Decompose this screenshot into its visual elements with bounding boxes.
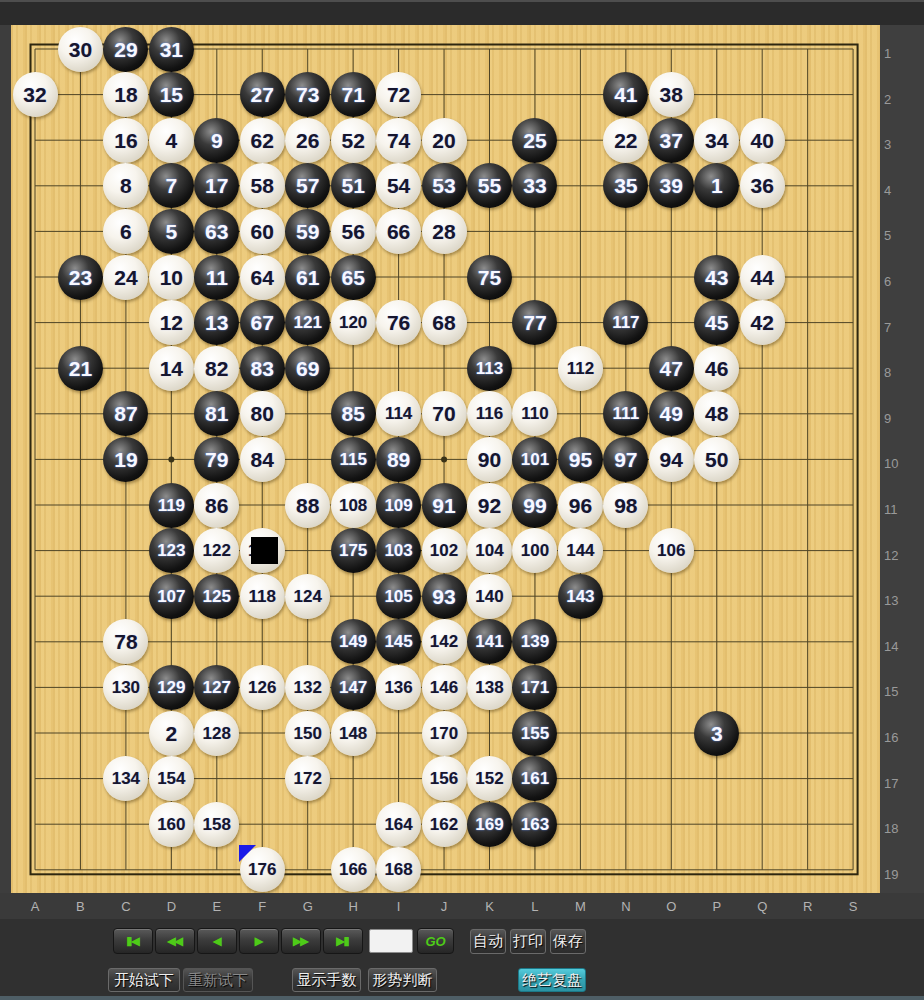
- white-stone-120: 120: [331, 300, 376, 345]
- stone-move-number: 50: [705, 449, 728, 470]
- stone-move-number: 40: [751, 130, 774, 151]
- nav-fast-forward-button[interactable]: ▶▶: [281, 928, 321, 954]
- white-stone-58: 58: [240, 163, 285, 208]
- stone-move-number: 24: [114, 267, 137, 288]
- column-label-E: E: [212, 899, 221, 914]
- black-stone-125: 125: [194, 574, 239, 619]
- white-stone-88: 88: [285, 483, 330, 528]
- stone-move-number: 96: [569, 495, 592, 516]
- black-stone-5: 5: [149, 209, 194, 254]
- stone-move-number: 119: [158, 497, 185, 514]
- stone-move-number: 116: [476, 405, 503, 422]
- white-stone-90: 90: [467, 437, 512, 482]
- black-stone-163: 163: [512, 802, 557, 847]
- black-stone-19: 19: [103, 437, 148, 482]
- stone-move-number: 84: [251, 449, 274, 470]
- white-stone-46: 46: [694, 346, 739, 391]
- black-stone-105: 105: [376, 574, 421, 619]
- black-stone-21: 21: [58, 346, 103, 391]
- row-label-7: 7: [884, 320, 908, 335]
- column-label-L: L: [531, 899, 538, 914]
- stone-move-number: 149: [339, 633, 367, 650]
- stone-move-number: 111: [613, 405, 640, 422]
- row-label-4: 4: [884, 183, 908, 198]
- row-label-8: 8: [884, 365, 908, 380]
- stone-move-number: 19: [114, 449, 137, 470]
- stone-move-number: 126: [248, 679, 276, 696]
- stone-move-number: 102: [430, 542, 458, 559]
- stone-move-number: 166: [339, 861, 367, 878]
- stone-move-number: 37: [660, 130, 683, 151]
- row-label-3: 3: [884, 137, 908, 152]
- black-stone-175: 175: [331, 528, 376, 573]
- column-label-D: D: [167, 899, 176, 914]
- stone-move-number: 121: [294, 314, 322, 331]
- white-stone-64: 64: [240, 255, 285, 300]
- black-stone-25: 25: [512, 118, 557, 163]
- white-stone-116: 116: [467, 391, 512, 436]
- white-stone-162: 162: [422, 802, 467, 847]
- black-stone-37: 37: [649, 118, 694, 163]
- black-stone-141: 141: [467, 619, 512, 664]
- stone-move-number: 26: [296, 130, 319, 151]
- white-stone-154: 154: [149, 756, 194, 801]
- stone-move-number: 114: [385, 405, 412, 422]
- black-stone-59: 59: [285, 209, 330, 254]
- stone-move-number: 101: [521, 451, 549, 468]
- white-stone-60: 60: [240, 209, 285, 254]
- white-stone-172: 172: [285, 756, 330, 801]
- stone-move-number: 14: [160, 358, 183, 379]
- stone-move-number: 2: [166, 723, 178, 744]
- row-label-15: 15: [884, 684, 908, 699]
- blue-triangle-last-move-marker: [239, 845, 256, 862]
- black-stone-93: 93: [422, 574, 467, 619]
- white-stone-52: 52: [331, 118, 376, 163]
- white-stone-20: 20: [422, 118, 467, 163]
- nav-fast-back-button[interactable]: ◀◀: [155, 928, 195, 954]
- stone-move-number: 18: [114, 84, 137, 105]
- stone-move-number: 69: [296, 358, 319, 379]
- stone-move-number: 147: [339, 679, 367, 696]
- stone-move-number: 106: [657, 542, 685, 559]
- stone-move-number: 107: [157, 588, 185, 605]
- white-stone-72: 72: [376, 72, 421, 117]
- black-stone-9: 9: [194, 118, 239, 163]
- stone-move-number: 118: [249, 588, 276, 605]
- black-stone-79: 79: [194, 437, 239, 482]
- white-stone-112: 112: [558, 346, 603, 391]
- stone-move-number: 35: [614, 175, 637, 196]
- black-stone-55: 55: [467, 163, 512, 208]
- white-stone-44: 44: [740, 255, 785, 300]
- stone-move-number: 88: [296, 495, 319, 516]
- stone-move-number: 130: [112, 679, 140, 696]
- black-stone-119: 119: [149, 483, 194, 528]
- white-stone-124: 124: [285, 574, 330, 619]
- stone-move-number: 80: [251, 403, 274, 424]
- white-stone-166: 166: [331, 847, 376, 892]
- white-stone-108: 108: [331, 483, 376, 528]
- stone-move-number: 125: [203, 588, 231, 605]
- position-judgment-button[interactable]: 形势判断: [368, 968, 437, 992]
- white-stone-142: 142: [422, 619, 467, 664]
- black-stone-73: 73: [285, 72, 330, 117]
- white-stone-56: 56: [331, 209, 376, 254]
- black-stone-49: 49: [649, 391, 694, 436]
- save-button[interactable]: 保存: [550, 929, 586, 954]
- row-label-18: 18: [884, 821, 908, 836]
- stone-move-number: 172: [294, 770, 322, 787]
- stone-move-number: 94: [660, 449, 683, 470]
- stone-move-number: 89: [387, 449, 410, 470]
- stone-move-number: 117: [612, 314, 639, 331]
- start-trial-button[interactable]: 开始试下: [108, 968, 180, 992]
- stone-move-number: 162: [430, 816, 458, 833]
- column-label-R: R: [803, 899, 812, 914]
- white-stone-86: 86: [194, 483, 239, 528]
- white-stone-16: 16: [103, 118, 148, 163]
- stone-move-number: 72: [387, 84, 410, 105]
- stone-move-number: 164: [384, 816, 412, 833]
- nav-last-button[interactable]: ▶▮: [323, 928, 363, 954]
- white-stone-84: 84: [240, 437, 285, 482]
- row-label-19: 19: [884, 867, 908, 882]
- auto-play-button[interactable]: 自动: [470, 929, 506, 954]
- stone-move-number: 54: [387, 175, 410, 196]
- stone-move-number: 55: [478, 175, 501, 196]
- stone-move-number: 61: [296, 267, 319, 288]
- white-stone-50: 50: [694, 437, 739, 482]
- stone-move-number: 53: [432, 175, 455, 196]
- stone-move-number: 5: [166, 221, 178, 242]
- row-label-16: 16: [884, 730, 908, 745]
- white-stone-106: 106: [649, 528, 694, 573]
- black-stone-43: 43: [694, 255, 739, 300]
- black-stone-31: 31: [149, 27, 194, 72]
- black-stone-95: 95: [558, 437, 603, 482]
- row-label-9: 9: [884, 411, 908, 426]
- column-label-P: P: [712, 899, 721, 914]
- nav-first-button[interactable]: ▮◀: [113, 928, 153, 954]
- white-stone-22: 22: [603, 118, 648, 163]
- stone-move-number: 104: [475, 542, 503, 559]
- white-stone-24: 24: [103, 255, 148, 300]
- black-stone-29: 29: [103, 27, 148, 72]
- stone-move-number: 155: [521, 725, 549, 742]
- white-stone-70: 70: [422, 391, 467, 436]
- print-button[interactable]: 打印: [510, 929, 546, 954]
- stone-move-number: 139: [521, 633, 549, 650]
- stone-move-number: 127: [203, 679, 231, 696]
- stone-move-number: 93: [432, 586, 455, 607]
- stone-move-number: 156: [430, 770, 458, 787]
- white-stone-62: 62: [240, 118, 285, 163]
- navigation-toolbar: ▮◀◀◀◀▶▶▶▶▮ GO: [113, 928, 454, 954]
- black-stone-15: 15: [149, 72, 194, 117]
- white-stone-152: 152: [467, 756, 512, 801]
- stone-move-number: 112: [567, 360, 594, 377]
- stone-move-number: 148: [339, 725, 367, 742]
- white-stone-104: 104: [467, 528, 512, 573]
- column-label-O: O: [666, 899, 676, 914]
- stone-move-number: 51: [341, 175, 364, 196]
- stone-move-number: 7: [166, 175, 178, 196]
- black-stone-123: 123: [149, 528, 194, 573]
- stone-move-number: 171: [521, 679, 549, 696]
- stone-move-number: 38: [660, 84, 683, 105]
- white-stone-118: 118: [240, 574, 285, 619]
- white-stone-36: 36: [740, 163, 785, 208]
- white-stone-164: 164: [376, 802, 421, 847]
- white-stone-40: 40: [740, 118, 785, 163]
- move-number-input[interactable]: [369, 929, 413, 953]
- stone-move-number: 97: [614, 449, 637, 470]
- white-stone-92: 92: [467, 483, 512, 528]
- white-stone-76: 76: [376, 300, 421, 345]
- stone-move-number: 42: [751, 312, 774, 333]
- stone-move-number: 9: [211, 130, 223, 151]
- white-stone-126: 126: [240, 665, 285, 710]
- column-label-K: K: [485, 899, 494, 914]
- stone-move-number: 62: [251, 130, 274, 151]
- column-label-I: I: [397, 899, 401, 914]
- white-stone-170: 170: [422, 711, 467, 756]
- white-stone-128: 128: [194, 711, 239, 756]
- stone-move-number: 128: [203, 725, 231, 742]
- white-stone-150: 150: [285, 711, 330, 756]
- column-label-M: M: [575, 899, 586, 914]
- stone-move-number: 95: [569, 449, 592, 470]
- show-move-numbers-button[interactable]: 显示手数: [292, 968, 361, 992]
- stone-move-number: 73: [296, 84, 319, 105]
- black-stone-121: 121: [285, 300, 330, 345]
- black-stone-63: 63: [194, 209, 239, 254]
- stone-move-number: 120: [339, 314, 367, 331]
- stone-move-number: 17: [205, 175, 228, 196]
- stone-move-number: 59: [296, 221, 319, 242]
- white-stone-130: 130: [103, 665, 148, 710]
- black-stone-83: 83: [240, 346, 285, 391]
- stone-move-number: 79: [205, 449, 228, 470]
- stone-move-number: 113: [476, 360, 503, 377]
- stone-move-number: 4: [166, 130, 178, 151]
- stone-move-number: 28: [432, 221, 455, 242]
- white-stone-66: 66: [376, 209, 421, 254]
- stone-move-number: 98: [614, 495, 637, 516]
- stone-move-number: 46: [705, 358, 728, 379]
- white-stone-140: 140: [467, 574, 512, 619]
- stone-move-number: 169: [475, 816, 503, 833]
- stone-move-number: 10: [160, 267, 183, 288]
- stone-move-number: 12: [160, 312, 183, 333]
- column-label-F: F: [258, 899, 266, 914]
- nav-forward-button[interactable]: ▶: [239, 928, 279, 954]
- black-stone-129: 129: [149, 665, 194, 710]
- stone-move-number: 74: [387, 130, 410, 151]
- white-stone-96: 96: [558, 483, 603, 528]
- stone-move-number: 82: [205, 358, 228, 379]
- black-stone-3: 3: [694, 711, 739, 756]
- stone-move-number: 30: [69, 39, 92, 60]
- stone-move-number: 100: [521, 542, 549, 559]
- white-stone-38: 38: [649, 72, 694, 117]
- white-stone-6: 6: [103, 209, 148, 254]
- black-stone-149: 149: [331, 619, 376, 664]
- stone-move-number: 57: [296, 175, 319, 196]
- stone-move-number: 145: [384, 633, 412, 650]
- stone-move-number: 168: [384, 861, 412, 878]
- black-stone-75: 75: [467, 255, 512, 300]
- white-stone-94: 94: [649, 437, 694, 482]
- row-label-14: 14: [884, 639, 908, 654]
- stone-move-number: 39: [660, 175, 683, 196]
- black-stone-155: 155: [512, 711, 557, 756]
- stone-move-number: 11: [206, 267, 228, 288]
- stone-move-number: 175: [339, 542, 367, 559]
- stone-move-number: 160: [157, 816, 185, 833]
- white-stone-158: 158: [194, 802, 239, 847]
- stone-move-number: 49: [660, 403, 683, 424]
- white-stone-144: 144: [558, 528, 603, 573]
- stone-move-number: 103: [384, 542, 412, 559]
- stone-move-number: 76: [387, 312, 410, 333]
- stone-move-number: 60: [251, 221, 274, 242]
- stone-move-number: 108: [339, 497, 367, 514]
- stone-move-number: 90: [478, 449, 501, 470]
- stone-move-number: 129: [157, 679, 185, 696]
- stone-move-number: 138: [475, 679, 503, 696]
- black-stone-53: 53: [422, 163, 467, 208]
- white-stone-4: 4: [149, 118, 194, 163]
- stone-move-number: 132: [294, 679, 322, 696]
- black-stone-67: 67: [240, 300, 285, 345]
- stone-move-number: 109: [384, 497, 412, 514]
- ai-review-button[interactable]: 绝艺复盘: [518, 968, 586, 992]
- black-stone-23: 23: [58, 255, 103, 300]
- column-label-G: G: [303, 899, 313, 914]
- row-label-10: 10: [884, 456, 908, 471]
- stone-move-number: 146: [430, 679, 458, 696]
- column-label-H: H: [348, 899, 357, 914]
- stone-move-number: 161: [521, 770, 549, 787]
- white-stone-148: 148: [331, 711, 376, 756]
- stone-move-number: 143: [566, 588, 594, 605]
- stone-move-number: 34: [705, 130, 728, 151]
- white-stone-28: 28: [422, 209, 467, 254]
- black-stone-89: 89: [376, 437, 421, 482]
- white-stone-80: 80: [240, 391, 285, 436]
- stone-move-number: 78: [114, 631, 137, 652]
- white-stone-12: 12: [149, 300, 194, 345]
- stone-move-number: 170: [430, 725, 458, 742]
- white-stone-30: 30: [58, 27, 103, 72]
- stone-move-number: 68: [432, 312, 455, 333]
- stone-move-number: 33: [523, 175, 546, 196]
- row-label-11: 11: [884, 502, 908, 517]
- black-stone-7: 7: [149, 163, 194, 208]
- black-stone-71: 71: [331, 72, 376, 117]
- restart-trial-button[interactable]: 重新试下: [183, 968, 253, 992]
- white-stone-68: 68: [422, 300, 467, 345]
- stone-move-number: 150: [294, 725, 322, 742]
- black-stone-107: 107: [149, 574, 194, 619]
- white-stone-26: 26: [285, 118, 330, 163]
- row-label-12: 12: [884, 548, 908, 563]
- stone-move-number: 140: [475, 588, 503, 605]
- stone-move-number: 27: [251, 84, 274, 105]
- column-label-S: S: [849, 899, 858, 914]
- stone-move-number: 36: [751, 175, 774, 196]
- white-stone-42: 42: [740, 300, 785, 345]
- column-label-Q: Q: [757, 899, 767, 914]
- black-stone-113: 113: [467, 346, 512, 391]
- black-stone-143: 143: [558, 574, 603, 619]
- stone-move-number: 92: [478, 495, 501, 516]
- stone-move-number: 85: [341, 403, 364, 424]
- stone-move-number: 25: [523, 130, 546, 151]
- stone-move-number: 21: [69, 358, 92, 379]
- row-label-2: 2: [884, 92, 908, 107]
- go-board[interactable]: 3029313218152773717241381649622652742025…: [11, 25, 880, 893]
- stone-move-number: 32: [23, 84, 46, 105]
- stone-move-number: 115: [339, 451, 366, 468]
- column-label-B: B: [76, 899, 85, 914]
- white-stone-138: 138: [467, 665, 512, 710]
- stone-move-number: 15: [160, 84, 183, 105]
- white-stone-146: 146: [422, 665, 467, 710]
- stone-move-number: 1: [711, 175, 723, 196]
- black-stone-69: 69: [285, 346, 330, 391]
- column-coordinates-strip: ABCDEFGHIJKLMNOPQRS: [0, 893, 924, 919]
- stone-move-number: 110: [521, 405, 548, 422]
- top-bar: [0, 0, 924, 25]
- stone-move-number: 144: [566, 542, 594, 559]
- row-label-6: 6: [884, 274, 908, 289]
- black-stone-39: 39: [649, 163, 694, 208]
- stone-move-number: 58: [251, 175, 274, 196]
- stone-move-number: 43: [705, 267, 728, 288]
- row-label-13: 13: [884, 593, 908, 608]
- white-stone-98: 98: [603, 483, 648, 528]
- black-stone-61: 61: [285, 255, 330, 300]
- bottom-edge-line: [0, 996, 924, 1000]
- stone-move-number: 91: [432, 495, 455, 516]
- white-stone-14: 14: [149, 346, 194, 391]
- left-margin: [0, 25, 11, 893]
- stone-move-number: 141: [475, 633, 503, 650]
- black-stone-147: 147: [331, 665, 376, 710]
- stone-move-number: 142: [430, 633, 458, 650]
- stone-move-number: 70: [432, 403, 455, 424]
- column-label-J: J: [441, 899, 448, 914]
- black-stone-85: 85: [331, 391, 376, 436]
- stone-move-number: 123: [157, 542, 185, 559]
- nav-back-button[interactable]: ◀: [197, 928, 237, 954]
- black-stone-169: 169: [467, 802, 512, 847]
- go-review-app: { "game": "go", "board": { "size": 19, "…: [0, 0, 924, 1000]
- stone-move-number: 23: [69, 267, 92, 288]
- stone-move-number: 63: [205, 221, 228, 242]
- go-button[interactable]: GO: [417, 928, 454, 954]
- stone-move-number: 99: [523, 495, 546, 516]
- stone-move-number: 8: [120, 175, 132, 196]
- stone-move-number: 64: [251, 267, 274, 288]
- nav-buttons-group: ▮◀◀◀◀▶▶▶▶▮: [113, 928, 365, 954]
- column-label-N: N: [621, 899, 630, 914]
- stone-move-number: 20: [432, 130, 455, 151]
- stone-move-number: 136: [384, 679, 412, 696]
